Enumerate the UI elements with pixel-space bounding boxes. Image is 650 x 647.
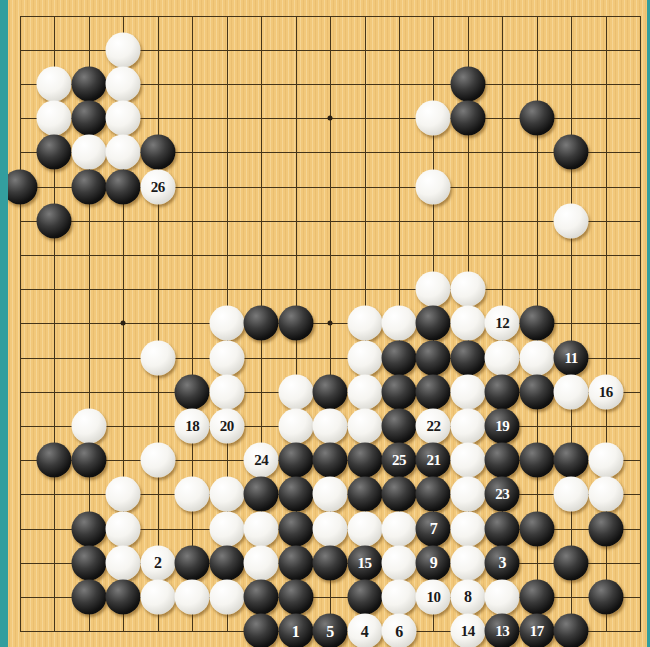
move-number-label: 16 [599,384,613,399]
white-stone[interactable] [71,135,106,170]
white-stone[interactable] [106,545,141,580]
numbered-white-stone[interactable]: 4 [347,614,382,647]
white-stone[interactable] [209,477,244,512]
move-number-label: 5 [326,623,334,639]
white-stone[interactable] [140,579,175,614]
black-stone[interactable] [313,545,348,580]
move-number-label: 18 [185,418,199,433]
black-stone[interactable] [209,545,244,580]
white-stone[interactable] [347,340,382,375]
white-stone[interactable] [140,340,175,375]
white-stone[interactable] [106,101,141,136]
numbered-white-stone[interactable]: 22 [416,408,451,443]
white-stone[interactable] [416,169,451,204]
black-stone[interactable] [140,135,175,170]
black-stone[interactable] [381,374,416,409]
white-stone[interactable] [175,579,210,614]
go-board[interactable]: 2612111618202219242521237215931081546141… [0,0,650,647]
white-stone[interactable] [106,511,141,546]
white-stone[interactable] [554,203,589,238]
numbered-black-stone[interactable]: 21 [416,443,451,478]
move-number-label: 8 [464,589,472,605]
move-number-label: 24 [254,453,268,468]
numbered-white-stone[interactable]: 6 [381,614,416,647]
black-stone[interactable] [381,477,416,512]
black-stone[interactable] [71,443,106,478]
white-stone[interactable] [381,511,416,546]
white-stone[interactable] [450,545,485,580]
move-number-label: 14 [461,624,475,639]
grid-line-vertical [571,16,572,633]
star-point [328,116,333,121]
move-number-label: 2 [154,555,162,571]
white-stone[interactable] [519,340,554,375]
black-stone[interactable] [554,545,589,580]
numbered-white-stone[interactable]: 24 [244,443,279,478]
black-stone[interactable] [588,511,623,546]
numbered-black-stone[interactable]: 9 [416,545,451,580]
star-point [328,321,333,326]
white-stone[interactable] [209,511,244,546]
white-stone[interactable] [450,374,485,409]
move-number-label: 22 [426,418,440,433]
black-stone[interactable] [485,511,520,546]
white-stone[interactable] [175,477,210,512]
grid-line-vertical [640,16,641,633]
white-stone[interactable] [347,306,382,341]
numbered-black-stone[interactable]: 7 [416,511,451,546]
white-stone[interactable] [209,579,244,614]
white-stone[interactable] [71,408,106,443]
window-edge-left [0,0,8,647]
black-stone[interactable] [416,306,451,341]
black-stone[interactable] [313,374,348,409]
move-number-label: 21 [426,453,440,468]
numbered-white-stone[interactable]: 18 [175,408,210,443]
black-stone[interactable] [381,340,416,375]
numbered-black-stone[interactable]: 1 [278,614,313,647]
move-number-label: 13 [495,624,509,639]
move-number-label: 11 [565,350,578,365]
white-stone[interactable] [106,477,141,512]
numbered-white-stone[interactable]: 10 [416,579,451,614]
black-stone[interactable] [175,545,210,580]
move-number-label: 3 [499,555,507,571]
black-stone[interactable] [106,169,141,204]
black-stone[interactable] [485,443,520,478]
white-stone[interactable] [37,101,72,136]
black-stone[interactable] [106,579,141,614]
white-stone[interactable] [416,272,451,307]
white-stone[interactable] [347,511,382,546]
black-stone[interactable] [416,340,451,375]
black-stone[interactable] [37,135,72,170]
white-stone[interactable] [450,477,485,512]
black-stone[interactable] [416,477,451,512]
move-number-label: 26 [151,179,165,194]
black-stone[interactable] [278,443,313,478]
white-stone[interactable] [381,545,416,580]
white-stone[interactable] [347,408,382,443]
black-stone[interactable] [347,579,382,614]
black-stone[interactable] [347,477,382,512]
numbered-black-stone[interactable]: 5 [313,614,348,647]
black-stone[interactable] [37,203,72,238]
numbered-black-stone[interactable]: 19 [485,408,520,443]
numbered-white-stone[interactable]: 26 [140,169,175,204]
numbered-white-stone[interactable]: 14 [450,614,485,647]
white-stone[interactable] [416,101,451,136]
black-stone[interactable] [588,579,623,614]
black-stone[interactable] [71,579,106,614]
black-stone[interactable] [71,169,106,204]
black-stone[interactable] [37,443,72,478]
black-stone[interactable] [450,340,485,375]
white-stone[interactable] [37,66,72,101]
move-number-label: 17 [530,624,544,639]
white-stone[interactable] [347,374,382,409]
black-stone[interactable] [519,511,554,546]
black-stone[interactable] [278,306,313,341]
numbered-white-stone[interactable]: 16 [588,374,623,409]
black-stone[interactable] [416,374,451,409]
white-stone[interactable] [209,340,244,375]
black-stone[interactable] [71,545,106,580]
move-number-label: 23 [495,487,509,502]
move-number-label: 1 [292,623,300,639]
numbered-black-stone[interactable]: 13 [485,614,520,647]
white-stone[interactable] [381,579,416,614]
black-stone[interactable] [519,101,554,136]
move-number-label: 9 [430,555,438,571]
white-stone[interactable] [450,408,485,443]
star-point [121,321,126,326]
white-stone[interactable] [313,511,348,546]
numbered-black-stone[interactable]: 25 [381,443,416,478]
white-stone[interactable] [485,340,520,375]
black-stone[interactable] [175,374,210,409]
white-stone[interactable] [244,545,279,580]
white-stone[interactable] [450,443,485,478]
move-number-label: 12 [495,316,509,331]
white-stone[interactable] [588,477,623,512]
black-stone[interactable] [554,135,589,170]
white-stone[interactable] [106,135,141,170]
numbered-white-stone[interactable]: 20 [209,408,244,443]
white-stone[interactable] [209,374,244,409]
white-stone[interactable] [554,374,589,409]
white-stone[interactable] [106,32,141,67]
white-stone[interactable] [381,306,416,341]
go-app-window: 2612111618202219242521237215931081546141… [0,0,650,647]
numbered-white-stone[interactable]: 12 [485,306,520,341]
black-stone[interactable] [244,579,279,614]
black-stone[interactable] [519,306,554,341]
black-stone[interactable] [485,374,520,409]
black-stone[interactable] [71,511,106,546]
black-stone[interactable] [554,614,589,647]
move-number-label: 7 [430,521,438,537]
black-stone[interactable] [244,477,279,512]
white-stone[interactable] [140,443,175,478]
black-stone[interactable] [381,408,416,443]
white-stone[interactable] [485,579,520,614]
move-number-label: 19 [495,418,509,433]
black-stone[interactable] [519,579,554,614]
numbered-white-stone[interactable]: 8 [450,579,485,614]
black-stone[interactable] [347,443,382,478]
black-stone[interactable] [278,511,313,546]
white-stone[interactable] [588,443,623,478]
white-stone[interactable] [278,408,313,443]
move-number-label: 6 [395,623,403,639]
white-stone[interactable] [450,306,485,341]
numbered-black-stone[interactable]: 23 [485,477,520,512]
black-stone[interactable] [244,306,279,341]
move-number-label: 10 [426,589,440,604]
black-stone[interactable] [450,101,485,136]
white-stone[interactable] [106,66,141,101]
numbered-black-stone[interactable]: 11 [554,340,589,375]
black-stone[interactable] [519,443,554,478]
black-stone[interactable] [278,579,313,614]
white-stone[interactable] [244,511,279,546]
black-stone[interactable] [519,374,554,409]
move-number-label: 20 [220,418,234,433]
black-stone[interactable] [313,443,348,478]
black-stone[interactable] [450,66,485,101]
black-stone[interactable] [244,614,279,647]
black-stone[interactable] [278,477,313,512]
move-number-label: 25 [392,453,406,468]
white-stone[interactable] [209,306,244,341]
black-stone[interactable] [71,101,106,136]
move-number-label: 15 [358,555,372,570]
white-stone[interactable] [278,374,313,409]
numbered-black-stone[interactable]: 3 [485,545,520,580]
white-stone[interactable] [450,511,485,546]
white-stone[interactable] [313,408,348,443]
white-stone[interactable] [313,477,348,512]
black-stone[interactable] [554,443,589,478]
move-number-label: 4 [361,623,369,639]
white-stone[interactable] [450,272,485,307]
numbered-white-stone[interactable]: 2 [140,545,175,580]
numbered-black-stone[interactable]: 17 [519,614,554,647]
white-stone[interactable] [554,477,589,512]
black-stone[interactable] [278,545,313,580]
black-stone[interactable] [71,66,106,101]
numbered-black-stone[interactable]: 15 [347,545,382,580]
